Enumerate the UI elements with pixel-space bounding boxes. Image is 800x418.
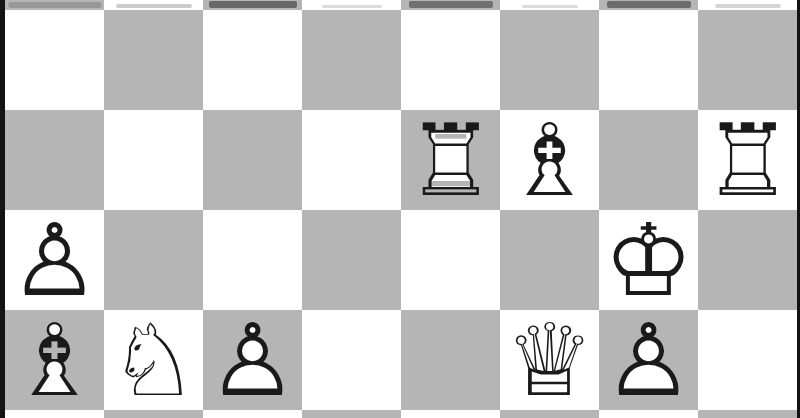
- board-border-left: [0, 0, 5, 418]
- piece-white-pawn: ♟♙: [203, 310, 302, 410]
- square-r1-g[interactable]: [599, 10, 698, 110]
- square-r4-b[interactable]: ♞♘: [104, 310, 203, 410]
- board: ♜♖♝♗♜♖♟♙♚♔♝♗♞♘♟♙♛♕♟♙: [5, 0, 797, 418]
- square-r4-f[interactable]: ♛♕: [500, 310, 599, 410]
- square-r0-c[interactable]: [203, 0, 302, 10]
- square-r1-h[interactable]: [698, 10, 797, 110]
- piece-glyph-outline: ♖: [401, 110, 500, 210]
- piece-white-knight: ♞♘: [104, 310, 203, 410]
- cutoff-piece-bottom-f: [522, 5, 578, 8]
- square-r0-e[interactable]: [401, 0, 500, 10]
- square-r2-e[interactable]: ♜♖: [401, 110, 500, 210]
- cutoff-piece-bottom-a: [8, 2, 101, 8]
- cutoff-piece-bottom-b: [116, 4, 192, 8]
- square-r0-a[interactable]: [5, 0, 104, 10]
- square-r1-c[interactable]: [203, 10, 302, 110]
- piece-glyph-outline: ♙: [599, 310, 698, 410]
- piece-glyph-outline: ♙: [5, 210, 104, 310]
- square-r5-b[interactable]: [104, 410, 203, 418]
- piece-glyph-outline: ♔: [599, 210, 698, 310]
- piece-glyph-outline: ♘: [104, 310, 203, 410]
- piece-white-rook: ♜♖: [698, 110, 797, 210]
- square-r0-d[interactable]: [302, 0, 401, 10]
- square-r1-a[interactable]: [5, 10, 104, 110]
- piece-glyph-outline: ♕: [500, 310, 599, 410]
- square-r1-e[interactable]: [401, 10, 500, 110]
- square-r5-e[interactable]: [401, 410, 500, 418]
- square-r3-d[interactable]: [302, 210, 401, 310]
- square-r5-c[interactable]: [203, 410, 302, 418]
- square-r5-d[interactable]: [302, 410, 401, 418]
- cutoff-piece-bottom-e: [409, 1, 493, 8]
- square-r1-b[interactable]: [104, 10, 203, 110]
- square-r4-c[interactable]: ♟♙: [203, 310, 302, 410]
- piece-white-queen: ♛♕: [500, 310, 599, 410]
- cutoff-piece-bottom-g: [607, 1, 691, 8]
- square-r2-f[interactable]: ♝♗: [500, 110, 599, 210]
- square-r2-a[interactable]: [5, 110, 104, 210]
- square-r0-g[interactable]: [599, 0, 698, 10]
- square-r1-d[interactable]: [302, 10, 401, 110]
- square-r3-a[interactable]: ♟♙: [5, 210, 104, 310]
- square-r2-d[interactable]: [302, 110, 401, 210]
- piece-glyph-outline: ♗: [5, 310, 104, 410]
- square-r3-e[interactable]: [401, 210, 500, 310]
- square-r2-c[interactable]: [203, 110, 302, 210]
- square-r0-h[interactable]: [698, 0, 797, 10]
- square-r3-c[interactable]: [203, 210, 302, 310]
- piece-white-bishop: ♝♗: [500, 110, 599, 210]
- square-r3-f[interactable]: [500, 210, 599, 310]
- piece-white-rook: ♜♖: [401, 110, 500, 210]
- square-r3-h[interactable]: [698, 210, 797, 310]
- square-r4-a[interactable]: ♝♗: [5, 310, 104, 410]
- square-r5-g[interactable]: [599, 410, 698, 418]
- square-r2-g[interactable]: [599, 110, 698, 210]
- chess-diagram: ♜♖♝♗♜♖♟♙♚♔♝♗♞♘♟♙♛♕♟♙: [0, 0, 800, 418]
- piece-white-bishop: ♝♗: [5, 310, 104, 410]
- piece-glyph-outline: ♖: [698, 110, 797, 210]
- square-r5-f[interactable]: [500, 410, 599, 418]
- square-r0-f[interactable]: [500, 0, 599, 10]
- square-r4-h[interactable]: [698, 310, 797, 410]
- square-r1-f[interactable]: [500, 10, 599, 110]
- cutoff-piece-bottom-c: [209, 1, 297, 8]
- square-r3-g[interactable]: ♚♔: [599, 210, 698, 310]
- piece-glyph-outline: ♗: [500, 110, 599, 210]
- square-r2-b[interactable]: [104, 110, 203, 210]
- square-r3-b[interactable]: [104, 210, 203, 310]
- piece-white-pawn: ♟♙: [599, 310, 698, 410]
- square-r4-g[interactable]: ♟♙: [599, 310, 698, 410]
- square-r0-b[interactable]: [104, 0, 203, 10]
- square-r2-h[interactable]: ♜♖: [698, 110, 797, 210]
- piece-white-pawn: ♟♙: [5, 210, 104, 310]
- square-r4-e[interactable]: [401, 310, 500, 410]
- cutoff-piece-bottom-h: [715, 4, 781, 8]
- piece-glyph-outline: ♙: [203, 310, 302, 410]
- square-r5-h[interactable]: [698, 410, 797, 418]
- square-r5-a[interactable]: [5, 410, 104, 418]
- cutoff-piece-bottom-d: [322, 5, 382, 8]
- piece-white-king: ♚♔: [599, 210, 698, 310]
- square-r4-d[interactable]: [302, 310, 401, 410]
